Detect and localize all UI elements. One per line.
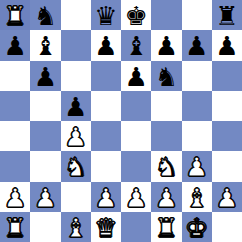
black-bishop[interactable]: ♝	[34, 33, 57, 59]
square-h3[interactable]	[212, 151, 242, 181]
black-knight[interactable]: ♞	[34, 3, 57, 29]
square-b5[interactable]	[30, 91, 60, 121]
square-d2[interactable]: ♟	[91, 182, 121, 212]
square-f7[interactable]: ♟	[151, 30, 181, 60]
square-h7[interactable]: ♟	[212, 30, 242, 60]
square-a5[interactable]	[0, 91, 30, 121]
square-e8[interactable]: ♚	[121, 0, 151, 30]
square-c5[interactable]: ♟	[61, 91, 91, 121]
white-pawn[interactable]: ♟	[124, 184, 147, 210]
square-e2[interactable]: ♟	[121, 182, 151, 212]
square-g6[interactable]	[182, 61, 212, 91]
square-f3[interactable]: ♞	[151, 151, 181, 181]
white-bishop[interactable]: ♝	[64, 214, 87, 240]
square-d3[interactable]	[91, 151, 121, 181]
square-b4[interactable]	[30, 121, 60, 151]
black-bishop[interactable]: ♝	[124, 33, 147, 59]
square-g3[interactable]: ♟	[182, 151, 212, 181]
black-queen[interactable]: ♛	[94, 3, 117, 29]
square-b2[interactable]: ♟	[30, 182, 60, 212]
square-b3[interactable]	[30, 151, 60, 181]
square-a3[interactable]	[0, 151, 30, 181]
square-d4[interactable]	[91, 121, 121, 151]
square-d1[interactable]: ♛	[91, 212, 121, 242]
white-pawn[interactable]: ♟	[215, 184, 238, 210]
square-f5[interactable]	[151, 91, 181, 121]
square-h8[interactable]: ♜	[212, 0, 242, 30]
square-b1[interactable]	[30, 212, 60, 242]
square-h1[interactable]	[212, 212, 242, 242]
black-pawn[interactable]: ♟	[64, 93, 87, 119]
square-a6[interactable]	[0, 61, 30, 91]
square-h5[interactable]	[212, 91, 242, 121]
square-e1[interactable]	[121, 212, 151, 242]
white-pawn[interactable]: ♟	[64, 124, 87, 150]
chess-board: ♜♞♛♚♜♟♝♟♝♟♟♟♟♟♞♟♟♞♞♟♟♟♟♟♟♝♟♜♝♛♜♚	[0, 0, 242, 242]
square-f4[interactable]	[151, 121, 181, 151]
square-g1[interactable]: ♚	[182, 212, 212, 242]
square-c6[interactable]	[61, 61, 91, 91]
white-queen[interactable]: ♛	[94, 214, 117, 240]
white-pawn[interactable]: ♟	[185, 154, 208, 180]
square-e4[interactable]	[121, 121, 151, 151]
square-e5[interactable]	[121, 91, 151, 121]
square-c3[interactable]: ♞	[61, 151, 91, 181]
white-knight[interactable]: ♞	[64, 154, 87, 180]
black-pawn[interactable]: ♟	[185, 33, 208, 59]
square-c7[interactable]	[61, 30, 91, 60]
black-rook[interactable]: ♜	[215, 3, 238, 29]
square-e3[interactable]	[121, 151, 151, 181]
square-b7[interactable]: ♝	[30, 30, 60, 60]
white-bishop[interactable]: ♝	[185, 184, 208, 210]
black-knight[interactable]: ♞	[155, 63, 178, 89]
square-h6[interactable]	[212, 61, 242, 91]
square-g7[interactable]: ♟	[182, 30, 212, 60]
white-pawn[interactable]: ♟	[155, 184, 178, 210]
white-pawn[interactable]: ♟	[3, 184, 26, 210]
square-a8[interactable]: ♜	[0, 0, 30, 30]
white-knight[interactable]: ♞	[155, 154, 178, 180]
square-c8[interactable]	[61, 0, 91, 30]
white-rook[interactable]: ♜	[3, 3, 26, 29]
square-g8[interactable]	[182, 0, 212, 30]
black-pawn[interactable]: ♟	[155, 33, 178, 59]
square-d6[interactable]	[91, 61, 121, 91]
square-h2[interactable]: ♟	[212, 182, 242, 212]
square-e6[interactable]: ♟	[121, 61, 151, 91]
black-pawn[interactable]: ♟	[215, 33, 238, 59]
black-pawn[interactable]: ♟	[124, 63, 147, 89]
square-g4[interactable]	[182, 121, 212, 151]
square-c4[interactable]: ♟	[61, 121, 91, 151]
black-king[interactable]: ♚	[124, 3, 147, 29]
square-e7[interactable]: ♝	[121, 30, 151, 60]
square-f6[interactable]: ♞	[151, 61, 181, 91]
chess-board-container: ♜♞♛♚♜♟♝♟♝♟♟♟♟♟♞♟♟♞♞♟♟♟♟♟♟♝♟♜♝♛♜♚	[0, 0, 242, 242]
square-a1[interactable]: ♜	[0, 212, 30, 242]
square-g2[interactable]: ♝	[182, 182, 212, 212]
square-c2[interactable]	[61, 182, 91, 212]
square-f8[interactable]	[151, 0, 181, 30]
black-pawn[interactable]: ♟	[34, 63, 57, 89]
square-b8[interactable]: ♞	[30, 0, 60, 30]
square-f1[interactable]: ♜	[151, 212, 181, 242]
square-b6[interactable]: ♟	[30, 61, 60, 91]
square-g5[interactable]	[182, 91, 212, 121]
square-f2[interactable]: ♟	[151, 182, 181, 212]
square-a7[interactable]: ♟	[0, 30, 30, 60]
white-rook[interactable]: ♜	[155, 214, 178, 240]
white-pawn[interactable]: ♟	[94, 184, 117, 210]
square-h4[interactable]	[212, 121, 242, 151]
black-pawn[interactable]: ♟	[3, 33, 26, 59]
black-pawn[interactable]: ♟	[94, 33, 117, 59]
white-king[interactable]: ♚	[185, 214, 208, 240]
white-rook[interactable]: ♜	[3, 214, 26, 240]
square-d5[interactable]	[91, 91, 121, 121]
square-c1[interactable]: ♝	[61, 212, 91, 242]
square-a2[interactable]: ♟	[0, 182, 30, 212]
square-d8[interactable]: ♛	[91, 0, 121, 30]
square-d7[interactable]: ♟	[91, 30, 121, 60]
square-a4[interactable]	[0, 121, 30, 151]
white-pawn[interactable]: ♟	[34, 184, 57, 210]
